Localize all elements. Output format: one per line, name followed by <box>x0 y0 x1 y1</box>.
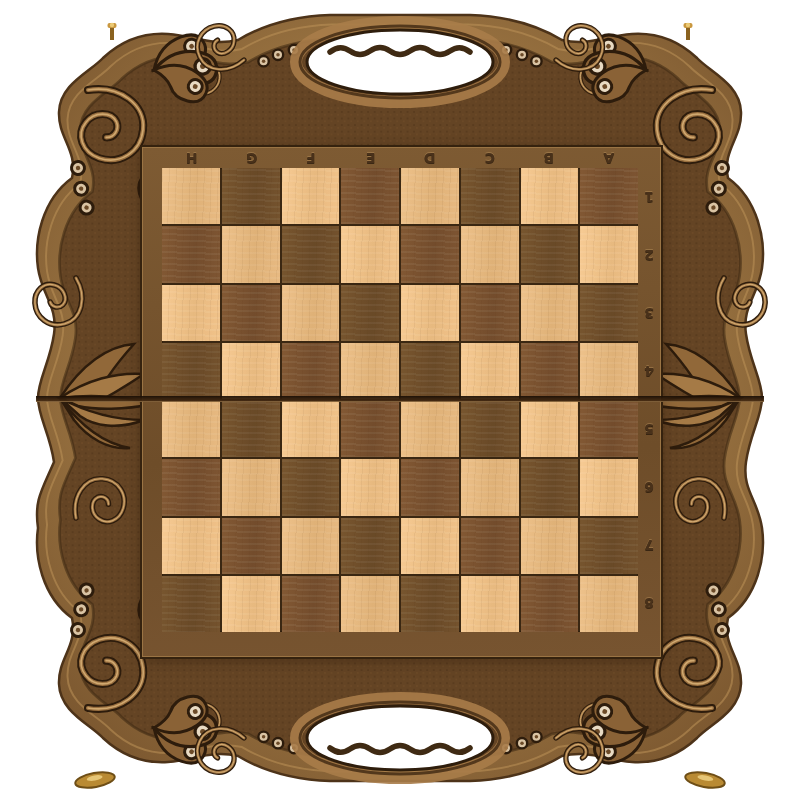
file-label-b: B <box>519 148 579 168</box>
square-c5[interactable] <box>461 401 519 457</box>
file-label-h: H <box>162 148 222 168</box>
square-h6[interactable] <box>162 459 220 515</box>
square-d5[interactable] <box>401 401 459 457</box>
square-b1[interactable] <box>521 168 579 224</box>
rank-label-2: 2 <box>638 226 660 284</box>
file-label-c: C <box>460 148 520 168</box>
square-c4[interactable] <box>461 343 519 399</box>
square-a3[interactable] <box>580 285 638 341</box>
square-b7[interactable] <box>521 518 579 574</box>
square-b2[interactable] <box>521 226 579 282</box>
square-d6[interactable] <box>401 459 459 515</box>
brass-foot-right <box>684 770 726 791</box>
square-e6[interactable] <box>341 459 399 515</box>
brass-foot-left <box>74 770 116 791</box>
square-h1[interactable] <box>162 168 220 224</box>
square-h3[interactable] <box>162 285 220 341</box>
square-c2[interactable] <box>461 226 519 282</box>
square-e2[interactable] <box>341 226 399 282</box>
square-g1[interactable] <box>222 168 280 224</box>
square-g7[interactable] <box>222 518 280 574</box>
square-c7[interactable] <box>461 518 519 574</box>
square-f2[interactable] <box>282 226 340 282</box>
square-a5[interactable] <box>580 401 638 457</box>
square-f1[interactable] <box>282 168 340 224</box>
brass-hinge-pin-right <box>684 23 693 40</box>
square-f6[interactable] <box>282 459 340 515</box>
square-f5[interactable] <box>282 401 340 457</box>
square-e3[interactable] <box>341 285 399 341</box>
square-d8[interactable] <box>401 576 459 632</box>
square-f4[interactable] <box>282 343 340 399</box>
square-b3[interactable] <box>521 285 579 341</box>
square-g4[interactable] <box>222 343 280 399</box>
file-label-e: E <box>341 148 401 168</box>
square-a8[interactable] <box>580 576 638 632</box>
file-label-a: A <box>579 148 639 168</box>
square-g3[interactable] <box>222 285 280 341</box>
square-a2[interactable] <box>580 226 638 282</box>
file-label-d: D <box>400 148 460 168</box>
square-d4[interactable] <box>401 343 459 399</box>
square-e7[interactable] <box>341 518 399 574</box>
brass-hinge-pin-left <box>108 23 117 40</box>
square-g6[interactable] <box>222 459 280 515</box>
square-a6[interactable] <box>580 459 638 515</box>
file-label-f: F <box>281 148 341 168</box>
square-d7[interactable] <box>401 518 459 574</box>
top-handle-cutout <box>296 22 504 102</box>
square-e5[interactable] <box>341 401 399 457</box>
rank-label-3: 3 <box>638 284 660 342</box>
square-b5[interactable] <box>521 401 579 457</box>
square-b8[interactable] <box>521 576 579 632</box>
rank-label-4: 4 <box>638 342 660 400</box>
rank-label-7: 7 <box>638 516 660 574</box>
square-b6[interactable] <box>521 459 579 515</box>
chess-box-photo: H G F E D C B A 1 2 3 4 5 6 7 8 <box>0 0 800 800</box>
square-e1[interactable] <box>341 168 399 224</box>
square-f8[interactable] <box>282 576 340 632</box>
bottom-handle-cutout <box>296 698 504 778</box>
square-a4[interactable] <box>580 343 638 399</box>
square-f3[interactable] <box>282 285 340 341</box>
square-d2[interactable] <box>401 226 459 282</box>
square-c6[interactable] <box>461 459 519 515</box>
square-h8[interactable] <box>162 576 220 632</box>
square-e8[interactable] <box>341 576 399 632</box>
file-label-g: G <box>222 148 282 168</box>
square-h7[interactable] <box>162 518 220 574</box>
rank-label-5: 5 <box>638 400 660 458</box>
square-g8[interactable] <box>222 576 280 632</box>
square-d3[interactable] <box>401 285 459 341</box>
square-h4[interactable] <box>162 343 220 399</box>
square-a7[interactable] <box>580 518 638 574</box>
square-c1[interactable] <box>461 168 519 224</box>
square-g5[interactable] <box>222 401 280 457</box>
square-g2[interactable] <box>222 226 280 282</box>
rank-label-8: 8 <box>638 574 660 632</box>
square-e4[interactable] <box>341 343 399 399</box>
square-c3[interactable] <box>461 285 519 341</box>
square-h5[interactable] <box>162 401 220 457</box>
square-b4[interactable] <box>521 343 579 399</box>
chess-board: H G F E D C B A 1 2 3 4 5 6 7 8 <box>143 148 660 656</box>
fold-seam <box>36 396 764 402</box>
square-d1[interactable] <box>401 168 459 224</box>
rank-label-6: 6 <box>638 458 660 516</box>
square-h2[interactable] <box>162 226 220 282</box>
square-c8[interactable] <box>461 576 519 632</box>
square-f7[interactable] <box>282 518 340 574</box>
rank-label-1: 1 <box>638 168 660 226</box>
square-a1[interactable] <box>580 168 638 224</box>
file-labels: H G F E D C B A <box>162 148 638 168</box>
